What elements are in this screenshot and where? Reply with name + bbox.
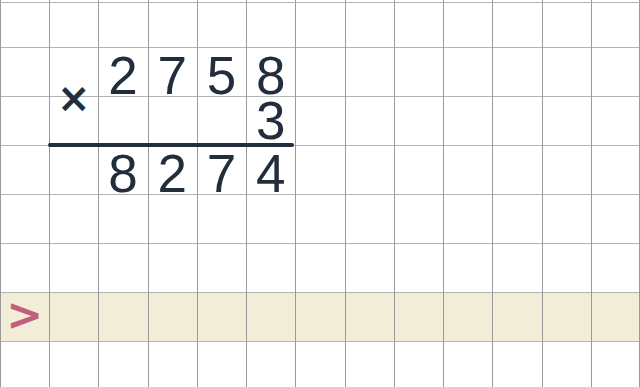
product-digit: 7	[207, 149, 236, 198]
prompt-cell[interactable]: >	[0, 293, 49, 341]
answer-entry-row[interactable]	[0, 293, 640, 341]
multiplier-digit-cell[interactable]: 3	[246, 96, 295, 145]
product-digit-cell[interactable]: 8	[98, 145, 147, 194]
times-operator-cell: ×	[49, 73, 98, 122]
multiplicand-digit: 2	[108, 51, 137, 100]
product-digit-cell[interactable]: 4	[246, 145, 295, 194]
multiplier-digit: 3	[256, 96, 285, 145]
multiplicand-digit-cell[interactable]: 5	[197, 47, 246, 96]
product-digit: 4	[256, 149, 285, 198]
multiplicand-digit: 5	[207, 51, 236, 100]
product-digit-cell[interactable]: 7	[197, 145, 246, 194]
multiplication-worksheet: 2 7 5 8 × 3 8 2 7 4 >	[0, 0, 640, 387]
multiplicand-digit-cell[interactable]: 2	[98, 47, 147, 96]
product-digit: 8	[108, 149, 137, 198]
prompt-chevron-icon: >	[6, 293, 43, 337]
multiplicand-digit-cell[interactable]: 8	[246, 47, 295, 96]
multiplicand-digit: 7	[158, 51, 187, 100]
product-digit-cell[interactable]: 2	[148, 145, 197, 194]
multiplicand-digit-cell[interactable]: 7	[148, 47, 197, 96]
multiply-icon: ×	[57, 75, 91, 121]
product-digit: 2	[158, 149, 187, 198]
